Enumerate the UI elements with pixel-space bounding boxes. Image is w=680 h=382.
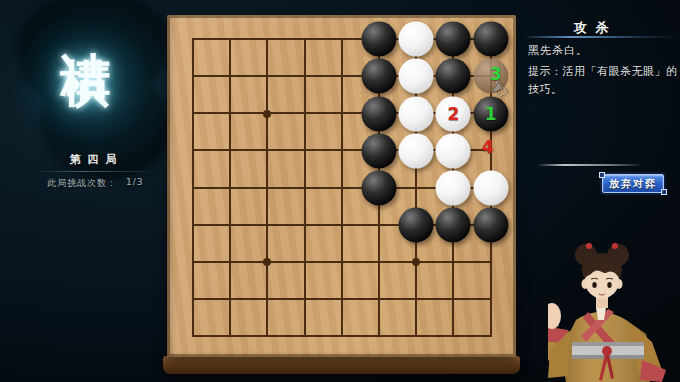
puzzle-category-title: 攻杀 bbox=[540, 19, 642, 37]
move-number-1: 1 bbox=[485, 105, 497, 122]
hint-text: 提示：活用「有眼杀无眼」的技巧。 bbox=[528, 63, 680, 99]
stone-white[interactable] bbox=[436, 170, 471, 205]
button-divider bbox=[537, 164, 644, 166]
stone-white[interactable] bbox=[399, 96, 434, 131]
objective-text: 黑先杀白。 bbox=[528, 43, 588, 58]
attempts-row: 此局挑战次数： 1/3 bbox=[47, 177, 167, 190]
puzzle-mode-title: 诘棋 bbox=[46, 12, 116, 152]
game-screen: 诘棋 第四局 此局挑战次数： 1/3 1234☝ 攻杀 黑先杀白。 提示：活用「… bbox=[0, 0, 680, 382]
stone-black[interactable] bbox=[436, 59, 471, 94]
stone-black[interactable] bbox=[362, 96, 397, 131]
title-divider bbox=[527, 36, 680, 38]
board-front-edge bbox=[163, 356, 520, 374]
star-point bbox=[263, 258, 271, 266]
character-illustration bbox=[548, 230, 680, 382]
stone-black[interactable] bbox=[362, 170, 397, 205]
stone-black[interactable] bbox=[399, 208, 434, 243]
move-number-4: 4 bbox=[482, 138, 494, 155]
stone-white[interactable] bbox=[436, 133, 471, 168]
move-number-2: 2 bbox=[447, 105, 459, 122]
stone-black[interactable] bbox=[436, 208, 471, 243]
stone-black[interactable] bbox=[362, 22, 397, 57]
round-label: 第四局 bbox=[30, 152, 156, 167]
give-up-button[interactable]: 放弃对弈 bbox=[602, 174, 664, 193]
go-board[interactable]: 1234☝ bbox=[167, 15, 516, 357]
stone-white[interactable] bbox=[399, 22, 434, 57]
stone-white[interactable] bbox=[399, 133, 434, 168]
stone-white[interactable] bbox=[473, 170, 508, 205]
stone-black[interactable] bbox=[362, 133, 397, 168]
stone-black[interactable] bbox=[473, 208, 508, 243]
star-point bbox=[263, 110, 271, 118]
left-divider bbox=[34, 171, 156, 172]
attempts-value: 1/3 bbox=[126, 177, 143, 190]
attempts-label: 此局挑战次数： bbox=[47, 177, 117, 190]
stone-black[interactable] bbox=[362, 59, 397, 94]
stone-black[interactable] bbox=[473, 22, 508, 57]
stone-white[interactable] bbox=[399, 59, 434, 94]
stone-black[interactable] bbox=[436, 22, 471, 57]
star-point bbox=[412, 258, 420, 266]
